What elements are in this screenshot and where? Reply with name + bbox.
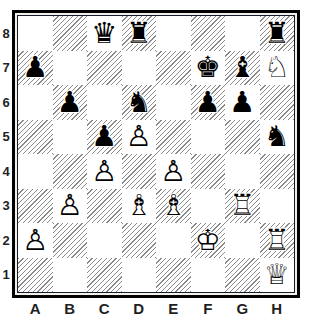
square-e2[interactable] (156, 223, 191, 258)
piece-glyph-fill: ♟ (225, 85, 260, 120)
piece-black-pawn[interactable]: ♟ (87, 120, 122, 155)
piece-glyph-fill: ♟ (53, 85, 88, 120)
piece-black-pawn[interactable]: ♟ (191, 85, 226, 120)
piece-glyph-fill: ♜ (260, 16, 295, 51)
square-h2[interactable]: ♜♖ (260, 223, 295, 258)
square-b6[interactable]: ♟ (53, 85, 88, 120)
board-inner-border: ♛♜♜♟♚♝♞♘♟♞♟♟♟♟♙♞♟♙♟♙♟♙♝♗♝♗♜♖♟♙♚♔♜♖♛♕ (17, 15, 295, 293)
square-e8[interactable] (156, 16, 191, 51)
square-d2[interactable] (122, 223, 157, 258)
square-f7[interactable]: ♚ (191, 51, 226, 86)
square-c6[interactable] (87, 85, 122, 120)
square-h6[interactable] (260, 85, 295, 120)
square-d8[interactable]: ♜ (122, 16, 157, 51)
piece-white-bishop[interactable]: ♝♗ (122, 189, 157, 224)
square-e3[interactable]: ♝♗ (156, 189, 191, 224)
piece-white-queen[interactable]: ♛♕ (260, 258, 295, 293)
square-a3[interactable] (18, 189, 53, 224)
square-d5[interactable]: ♟♙ (122, 120, 157, 155)
piece-glyph-outline: ♙ (122, 120, 157, 155)
square-c3[interactable] (87, 189, 122, 224)
square-f1[interactable] (191, 258, 226, 293)
piece-white-pawn[interactable]: ♟♙ (53, 189, 88, 224)
file-label-b: B (53, 299, 88, 317)
piece-glyph-outline: ♖ (260, 223, 295, 258)
piece-glyph-fill: ♝ (225, 51, 260, 86)
piece-black-bishop[interactable]: ♝ (225, 51, 260, 86)
piece-glyph-fill: ♞ (260, 120, 295, 155)
piece-glyph-fill: ♚ (191, 51, 226, 86)
square-h8[interactable]: ♜ (260, 16, 295, 51)
square-c5[interactable]: ♟ (87, 120, 122, 155)
square-h4[interactable] (260, 154, 295, 189)
piece-black-knight[interactable]: ♞ (122, 85, 157, 120)
rank-label-7: 7 (0, 51, 12, 86)
square-d4[interactable] (122, 154, 157, 189)
square-f4[interactable] (191, 154, 226, 189)
square-c4[interactable]: ♟♙ (87, 154, 122, 189)
piece-black-king[interactable]: ♚ (191, 51, 226, 86)
piece-glyph-fill: ♞ (122, 85, 157, 120)
square-g8[interactable] (225, 16, 260, 51)
piece-white-pawn[interactable]: ♟♙ (87, 154, 122, 189)
piece-black-pawn[interactable]: ♟ (53, 85, 88, 120)
square-c8[interactable]: ♛ (87, 16, 122, 51)
piece-glyph-fill: ♜ (122, 16, 157, 51)
piece-white-pawn[interactable]: ♟♙ (122, 120, 157, 155)
piece-glyph-outline: ♗ (156, 189, 191, 224)
square-a5[interactable] (18, 120, 53, 155)
square-a4[interactable] (18, 154, 53, 189)
rank-label-6: 6 (0, 85, 12, 120)
piece-black-knight[interactable]: ♞ (260, 120, 295, 155)
piece-white-bishop[interactable]: ♝♗ (156, 189, 191, 224)
square-f5[interactable] (191, 120, 226, 155)
piece-black-rook[interactable]: ♜ (122, 16, 157, 51)
square-e6[interactable] (156, 85, 191, 120)
piece-glyph-outline: ♙ (18, 223, 53, 258)
piece-glyph-outline: ♙ (156, 154, 191, 189)
piece-glyph-outline: ♘ (260, 51, 295, 86)
square-f6[interactable]: ♟ (191, 85, 226, 120)
piece-glyph-fill: ♟ (191, 85, 226, 120)
square-g7[interactable]: ♝ (225, 51, 260, 86)
square-g5[interactable] (225, 120, 260, 155)
square-f2[interactable]: ♚♔ (191, 223, 226, 258)
square-g4[interactable] (225, 154, 260, 189)
piece-glyph-outline: ♗ (122, 189, 157, 224)
square-a7[interactable]: ♟ (18, 51, 53, 86)
square-c7[interactable] (87, 51, 122, 86)
piece-glyph-outline: ♔ (191, 223, 226, 258)
square-g1[interactable] (225, 258, 260, 293)
chess-board: ♛♜♜♟♚♝♞♘♟♞♟♟♟♟♙♞♟♙♟♙♟♙♝♗♝♗♜♖♟♙♚♔♜♖♛♕ (18, 16, 294, 292)
square-d6[interactable]: ♞ (122, 85, 157, 120)
chess-diagram-page: 87654321 ♛♜♜♟♚♝♞♘♟♞♟♟♟♟♙♞♟♙♟♙♟♙♝♗♝♗♜♖♟♙♚… (0, 0, 314, 320)
square-d3[interactable]: ♝♗ (122, 189, 157, 224)
square-e7[interactable] (156, 51, 191, 86)
square-b5[interactable] (53, 120, 88, 155)
square-d1[interactable] (122, 258, 157, 293)
piece-glyph-fill: ♟ (87, 120, 122, 155)
square-a2[interactable]: ♟♙ (18, 223, 53, 258)
file-labels: ABCDEFGH (18, 299, 294, 317)
square-d7[interactable] (122, 51, 157, 86)
square-c1[interactable] (87, 258, 122, 293)
file-label-e: E (156, 299, 191, 317)
piece-black-queen[interactable]: ♛ (87, 16, 122, 51)
square-g2[interactable] (225, 223, 260, 258)
square-a8[interactable] (18, 16, 53, 51)
square-c2[interactable] (87, 223, 122, 258)
piece-glyph-outline: ♙ (87, 154, 122, 189)
square-h3[interactable] (260, 189, 295, 224)
piece-white-rook[interactable]: ♜♖ (260, 223, 295, 258)
square-b1[interactable] (53, 258, 88, 293)
piece-white-pawn[interactable]: ♟♙ (156, 154, 191, 189)
square-e4[interactable]: ♟♙ (156, 154, 191, 189)
piece-white-pawn[interactable]: ♟♙ (18, 223, 53, 258)
rank-labels: 87654321 (0, 16, 12, 292)
rank-label-4: 4 (0, 154, 12, 189)
piece-glyph-fill: ♟ (18, 51, 53, 86)
piece-glyph-fill: ♛ (87, 16, 122, 51)
rank-label-5: 5 (0, 120, 12, 155)
rank-label-2: 2 (0, 223, 12, 258)
rank-label-8: 8 (0, 16, 12, 51)
square-b7[interactable] (53, 51, 88, 86)
square-f8[interactable] (191, 16, 226, 51)
square-a6[interactable] (18, 85, 53, 120)
square-b8[interactable] (53, 16, 88, 51)
square-h5[interactable]: ♞ (260, 120, 295, 155)
piece-black-pawn[interactable]: ♟ (225, 85, 260, 120)
piece-glyph-outline: ♖ (225, 189, 260, 224)
square-b2[interactable] (53, 223, 88, 258)
rank-label-3: 3 (0, 189, 12, 224)
piece-black-pawn[interactable]: ♟ (18, 51, 53, 86)
square-a1[interactable] (18, 258, 53, 293)
file-label-g: G (225, 299, 260, 317)
piece-black-rook[interactable]: ♜ (260, 16, 295, 51)
rank-label-1: 1 (0, 258, 12, 293)
board-frame: ♛♜♜♟♚♝♞♘♟♞♟♟♟♟♙♞♟♙♟♙♟♙♝♗♝♗♜♖♟♙♚♔♜♖♛♕ (12, 10, 300, 298)
square-f3[interactable] (191, 189, 226, 224)
piece-glyph-outline: ♕ (260, 258, 295, 293)
square-g6[interactable]: ♟ (225, 85, 260, 120)
square-e5[interactable] (156, 120, 191, 155)
piece-white-knight[interactable]: ♞♘ (260, 51, 295, 86)
file-label-c: C (87, 299, 122, 317)
square-b3[interactable]: ♟♙ (53, 189, 88, 224)
piece-white-rook[interactable]: ♜♖ (225, 189, 260, 224)
piece-white-king[interactable]: ♚♔ (191, 223, 226, 258)
file-label-a: A (18, 299, 53, 317)
square-h1[interactable]: ♛♕ (260, 258, 295, 293)
file-label-h: H (260, 299, 295, 317)
square-e1[interactable] (156, 258, 191, 293)
square-b4[interactable] (53, 154, 88, 189)
file-label-d: D (122, 299, 157, 317)
file-label-f: F (191, 299, 226, 317)
square-g3[interactable]: ♜♖ (225, 189, 260, 224)
piece-glyph-outline: ♙ (53, 189, 88, 224)
square-h7[interactable]: ♞♘ (260, 51, 295, 86)
